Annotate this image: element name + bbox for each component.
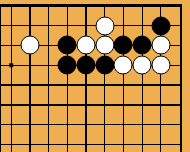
intersection-S17[interactable] bbox=[152, 36, 171, 56]
intersection-O19[interactable] bbox=[77, 0, 96, 16]
intersection-M12[interactable] bbox=[39, 135, 58, 152]
intersection-M14[interactable] bbox=[39, 95, 58, 115]
intersection-R15[interactable] bbox=[133, 75, 152, 95]
intersection-M19[interactable] bbox=[39, 0, 58, 16]
intersection-K12[interactable] bbox=[2, 135, 21, 152]
black-stone bbox=[95, 56, 114, 75]
intersection-L17[interactable] bbox=[21, 36, 40, 56]
intersection-P14[interactable] bbox=[95, 95, 114, 115]
intersection-L12[interactable] bbox=[21, 135, 40, 152]
intersection-Q16[interactable] bbox=[114, 55, 133, 75]
intersection-L13[interactable] bbox=[21, 115, 40, 135]
intersection-S15[interactable] bbox=[152, 75, 171, 95]
intersection-K17[interactable] bbox=[2, 36, 21, 56]
intersection-S14[interactable] bbox=[152, 95, 171, 115]
intersection-R16[interactable] bbox=[133, 55, 152, 75]
intersection-R13[interactable] bbox=[133, 115, 152, 135]
black-stone bbox=[133, 36, 152, 55]
intersection-O12[interactable] bbox=[77, 135, 96, 152]
white-stone bbox=[151, 56, 170, 75]
intersection-N12[interactable] bbox=[58, 135, 77, 152]
intersection-S12[interactable] bbox=[152, 135, 171, 152]
intersection-R14[interactable] bbox=[133, 95, 152, 115]
intersection-O15[interactable] bbox=[77, 75, 96, 95]
intersection-N16[interactable] bbox=[58, 55, 77, 75]
intersection-N19[interactable] bbox=[58, 0, 77, 16]
intersection-O16[interactable] bbox=[77, 55, 96, 75]
intersection-P15[interactable] bbox=[95, 75, 114, 95]
board-right-edge bbox=[180, 4, 183, 152]
black-stone bbox=[77, 56, 96, 75]
intersection-M18[interactable] bbox=[39, 16, 58, 36]
go-board bbox=[2, 0, 189, 152]
intersection-L19[interactable] bbox=[21, 0, 40, 16]
intersection-N13[interactable] bbox=[58, 115, 77, 135]
intersection-R18[interactable] bbox=[133, 16, 152, 36]
intersection-N14[interactable] bbox=[58, 95, 77, 115]
intersection-N15[interactable] bbox=[58, 75, 77, 95]
intersection-R12[interactable] bbox=[133, 135, 152, 152]
intersection-Q17[interactable] bbox=[114, 36, 133, 56]
intersection-K19[interactable] bbox=[2, 0, 21, 16]
white-stone bbox=[95, 36, 114, 55]
intersection-K13[interactable] bbox=[2, 115, 21, 135]
white-stone bbox=[114, 56, 133, 75]
intersection-R17[interactable] bbox=[133, 36, 152, 56]
black-stone bbox=[114, 36, 133, 55]
intersection-M16[interactable] bbox=[39, 55, 58, 75]
white-stone bbox=[133, 56, 152, 75]
intersection-M13[interactable] bbox=[39, 115, 58, 135]
intersection-O14[interactable] bbox=[77, 95, 96, 115]
intersection-P12[interactable] bbox=[95, 135, 114, 152]
black-stone bbox=[151, 16, 170, 35]
intersection-L18[interactable] bbox=[21, 16, 40, 36]
intersection-P17[interactable] bbox=[95, 36, 114, 56]
intersection-P19[interactable] bbox=[95, 0, 114, 16]
intersection-M15[interactable] bbox=[39, 75, 58, 95]
intersection-L15[interactable] bbox=[21, 75, 40, 95]
intersection-R19[interactable] bbox=[133, 0, 152, 16]
black-stone bbox=[58, 36, 77, 55]
white-stone bbox=[95, 16, 114, 35]
intersection-K16[interactable] bbox=[2, 55, 21, 75]
intersection-Q13[interactable] bbox=[114, 115, 133, 135]
intersection-L16[interactable] bbox=[21, 55, 40, 75]
intersection-Q12[interactable] bbox=[114, 135, 133, 152]
intersection-P16[interactable] bbox=[95, 55, 114, 75]
intersection-O13[interactable] bbox=[77, 115, 96, 135]
intersection-S18[interactable] bbox=[152, 16, 171, 36]
intersection-P13[interactable] bbox=[95, 115, 114, 135]
intersection-Q19[interactable] bbox=[114, 0, 133, 16]
intersection-O17[interactable] bbox=[77, 36, 96, 56]
go-diagram bbox=[0, 0, 190, 152]
intersection-Q14[interactable] bbox=[114, 95, 133, 115]
black-stone bbox=[58, 56, 77, 75]
board-top-edge bbox=[0, 4, 182, 7]
white-stone bbox=[77, 36, 96, 55]
intersection-P18[interactable] bbox=[95, 16, 114, 36]
intersection-S19[interactable] bbox=[152, 0, 171, 16]
intersection-N18[interactable] bbox=[58, 16, 77, 36]
intersection-Q15[interactable] bbox=[114, 75, 133, 95]
intersection-S16[interactable] bbox=[152, 55, 171, 75]
intersection-K18[interactable] bbox=[2, 16, 21, 36]
white-stone bbox=[151, 36, 170, 55]
intersection-N17[interactable] bbox=[58, 36, 77, 56]
clipped-grid-line bbox=[0, 4, 1, 152]
white-stone bbox=[21, 36, 40, 55]
intersection-Q18[interactable] bbox=[114, 16, 133, 36]
intersection-L14[interactable] bbox=[21, 95, 40, 115]
intersection-O18[interactable] bbox=[77, 16, 96, 36]
intersection-S13[interactable] bbox=[152, 115, 171, 135]
intersection-M17[interactable] bbox=[39, 36, 58, 56]
intersection-K14[interactable] bbox=[2, 95, 21, 115]
intersection-K15[interactable] bbox=[2, 75, 21, 95]
star-point bbox=[10, 63, 14, 67]
